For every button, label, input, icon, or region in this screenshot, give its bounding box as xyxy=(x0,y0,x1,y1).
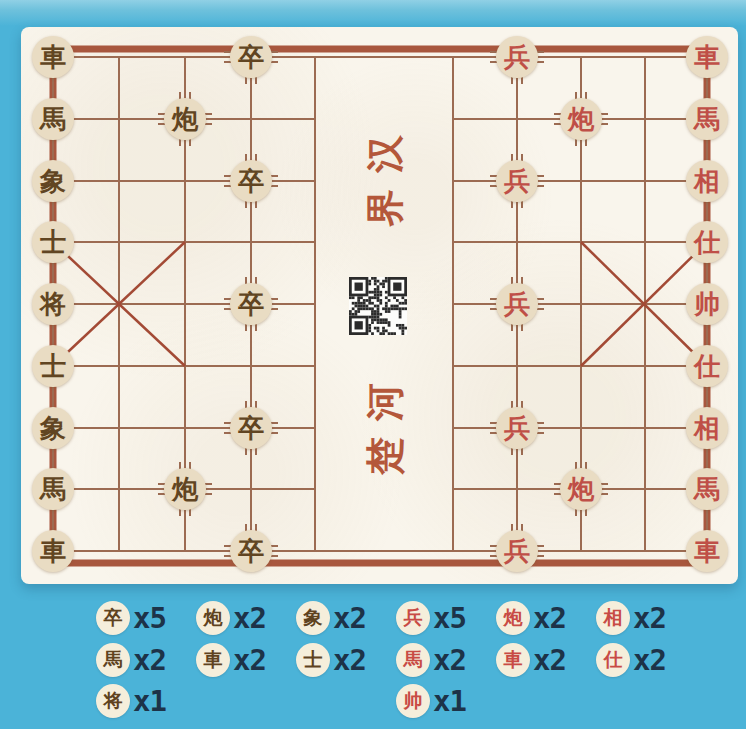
legend-count: x2 xyxy=(533,643,566,677)
piece-red-chariot-1[interactable]: 車 xyxy=(686,36,728,78)
legend-count: x2 xyxy=(233,601,266,635)
legend-disc: 士 xyxy=(296,643,330,677)
piece-black-advisor-1[interactable]: 士 xyxy=(32,221,74,263)
legend-black-advisor: 士 x2 xyxy=(296,642,366,678)
piece-red-horse-1[interactable]: 馬 xyxy=(686,98,728,140)
river-char: 河 xyxy=(362,379,408,425)
legend-disc: 将 xyxy=(96,684,130,718)
piece-red-soldier-2[interactable]: 兵 xyxy=(496,160,538,202)
piece-black-chariot-2[interactable]: 車 xyxy=(32,530,74,572)
legend-red-cannon: 炮 x2 xyxy=(496,600,566,636)
legend-disc: 帅 xyxy=(396,684,430,718)
legend-disc: 兵 xyxy=(396,601,430,635)
piece-black-soldier-1[interactable]: 卒 xyxy=(230,36,272,78)
legend-black-general: 将 x1 xyxy=(96,683,166,719)
legend-disc: 車 xyxy=(196,643,230,677)
piece-red-soldier-5[interactable]: 兵 xyxy=(496,530,538,572)
piece-red-cannon-1[interactable]: 炮 xyxy=(560,98,602,140)
piece-red-general[interactable]: 帅 xyxy=(686,283,728,325)
piece-red-soldier-1[interactable]: 兵 xyxy=(496,36,538,78)
legend-count: x5 xyxy=(133,601,166,635)
river-char: 楚 xyxy=(362,433,408,479)
legend-disc: 相 xyxy=(596,601,630,635)
piece-black-soldier-3[interactable]: 卒 xyxy=(230,283,272,325)
legend-disc: 炮 xyxy=(196,601,230,635)
legend-count: x2 xyxy=(333,601,366,635)
legend-red-advisor: 仕 x2 xyxy=(596,642,666,678)
legend-disc: 馬 xyxy=(396,643,430,677)
piece-black-general[interactable]: 将 xyxy=(32,283,74,325)
legend-disc: 馬 xyxy=(96,643,130,677)
piece-black-soldier-5[interactable]: 卒 xyxy=(230,530,272,572)
legend-count: x2 xyxy=(133,643,166,677)
legend-count: x2 xyxy=(333,643,366,677)
legend-disc: 卒 xyxy=(96,601,130,635)
legend-count: x2 xyxy=(233,643,266,677)
legend-count: x5 xyxy=(433,601,466,635)
piece-red-horse-2[interactable]: 馬 xyxy=(686,468,728,510)
legend-red-chariot: 車 x2 xyxy=(496,642,566,678)
legend-black-elephant: 象 x2 xyxy=(296,600,366,636)
piece-red-advisor-1[interactable]: 仕 xyxy=(686,221,728,263)
legend-red-horse: 馬 x2 xyxy=(396,642,466,678)
river-char: 界 xyxy=(362,185,408,231)
piece-black-horse-1[interactable]: 馬 xyxy=(32,98,74,140)
legend-black-soldier: 卒 x5 xyxy=(96,600,166,636)
river-label-hanjie: 汉 界 xyxy=(362,131,408,231)
legend-red-elephant: 相 x2 xyxy=(596,600,666,636)
legend-count: x1 xyxy=(133,684,166,718)
piece-black-chariot-1[interactable]: 車 xyxy=(32,36,74,78)
legend-black-horse: 馬 x2 xyxy=(96,642,166,678)
piece-count-legend: 卒 x5 炮 x2 象 x2 馬 x2 車 x2 士 x2 将 x1 兵 x5 xyxy=(0,585,746,729)
piece-black-elephant-2[interactable]: 象 xyxy=(32,407,74,449)
piece-red-soldier-3[interactable]: 兵 xyxy=(496,283,538,325)
piece-black-cannon-2[interactable]: 炮 xyxy=(164,468,206,510)
xiangqi-app-screen: 汉 界 河 楚 車 馬 象 士 将 士 象 馬 車 炮 炮 卒 卒 卒 卒 卒 … xyxy=(0,0,746,729)
river-char: 汉 xyxy=(362,131,408,177)
legend-count: x2 xyxy=(533,601,566,635)
piece-red-elephant-2[interactable]: 相 xyxy=(686,407,728,449)
piece-black-soldier-4[interactable]: 卒 xyxy=(230,407,272,449)
piece-red-chariot-2[interactable]: 車 xyxy=(686,530,728,572)
piece-black-cannon-1[interactable]: 炮 xyxy=(164,98,206,140)
piece-black-advisor-2[interactable]: 士 xyxy=(32,345,74,387)
piece-black-horse-2[interactable]: 馬 xyxy=(32,468,74,510)
legend-black-cannon: 炮 x2 xyxy=(196,600,266,636)
legend-disc: 車 xyxy=(496,643,530,677)
legend-black-chariot: 車 x2 xyxy=(196,642,266,678)
river-label-chuhe: 河 楚 xyxy=(362,379,408,479)
qr-code xyxy=(349,277,407,335)
piece-black-soldier-2[interactable]: 卒 xyxy=(230,160,272,202)
legend-red-soldier: 兵 x5 xyxy=(396,600,466,636)
piece-red-soldier-4[interactable]: 兵 xyxy=(496,407,538,449)
piece-black-elephant-1[interactable]: 象 xyxy=(32,160,74,202)
piece-red-advisor-2[interactable]: 仕 xyxy=(686,345,728,387)
legend-disc: 仕 xyxy=(596,643,630,677)
legend-disc: 象 xyxy=(296,601,330,635)
legend-red-general: 帅 x1 xyxy=(396,683,466,719)
xiangqi-board: 汉 界 河 楚 車 馬 象 士 将 士 象 馬 車 炮 炮 卒 卒 卒 卒 卒 … xyxy=(21,27,738,584)
legend-count: x2 xyxy=(633,601,666,635)
legend-count: x1 xyxy=(433,684,466,718)
piece-red-cannon-2[interactable]: 炮 xyxy=(560,468,602,510)
legend-disc: 炮 xyxy=(496,601,530,635)
qr-code-pattern xyxy=(349,277,407,335)
legend-count: x2 xyxy=(433,643,466,677)
legend-count: x2 xyxy=(633,643,666,677)
piece-red-elephant-1[interactable]: 相 xyxy=(686,160,728,202)
